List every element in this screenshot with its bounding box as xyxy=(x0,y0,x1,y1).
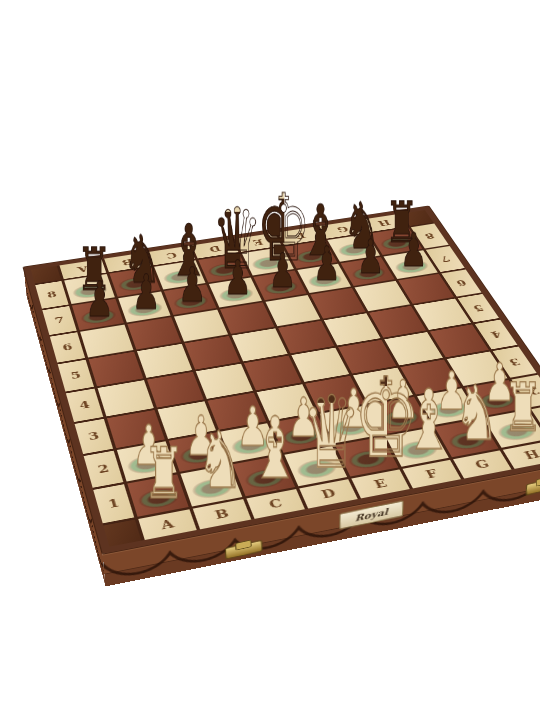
square-b6[interactable] xyxy=(127,317,181,349)
square-e7[interactable]: ♟ xyxy=(253,270,306,300)
brand-plaque-text: Royal xyxy=(355,507,388,523)
square-a6[interactable] xyxy=(80,325,133,358)
frame-corner xyxy=(103,520,141,547)
brass-clasp-left xyxy=(225,540,263,560)
rank-label-4-left: 4 xyxy=(66,389,103,422)
piece-black-pawn[interactable]: ♟ xyxy=(357,238,385,276)
piece-white-queen[interactable]: ♛ xyxy=(302,392,335,473)
rank-label-6-left: 6 xyxy=(50,332,85,362)
piece-white-knight[interactable]: ♞ xyxy=(454,383,487,445)
piece-white-rook[interactable]: ♜ xyxy=(143,446,177,503)
square-b4[interactable] xyxy=(147,372,204,408)
piece-white-knight[interactable]: ♞ xyxy=(197,429,231,493)
square-d4[interactable] xyxy=(244,356,302,391)
square-c5[interactable] xyxy=(185,336,241,370)
rank-label-1-left: 1 xyxy=(93,484,134,523)
square-b7[interactable]: ♟ xyxy=(118,292,170,323)
chess-set-photo: ABCDEFGH8♜♞♝♛♚♝♞♜87♟♟♟♟♟♟♟♟7665544332♟♟♟… xyxy=(0,0,540,720)
piece-black-pawn[interactable]: ♟ xyxy=(268,252,297,291)
piece-black-pawn[interactable]: ♟ xyxy=(400,232,428,270)
rank-label-2-left: 2 xyxy=(84,451,124,488)
rank-label-7-right: 7 xyxy=(426,246,465,272)
piece-white-rook[interactable]: ♜ xyxy=(503,381,535,435)
square-d5[interactable] xyxy=(232,328,288,361)
chessboard: ABCDEFGH8♜♞♝♛♚♝♞♜87♟♟♟♟♟♟♟♟7665544332♟♟♟… xyxy=(23,206,540,554)
rank-label-3-left: 3 xyxy=(75,419,113,454)
piece-black-pawn[interactable]: ♟ xyxy=(178,266,207,305)
rank-label-5-left: 5 xyxy=(58,360,94,392)
rank-label-7-left: 7 xyxy=(42,306,76,335)
piece-black-pawn[interactable]: ♟ xyxy=(85,280,114,320)
square-b5[interactable] xyxy=(137,344,192,378)
piece-black-pawn[interactable]: ♟ xyxy=(313,245,342,284)
square-a4[interactable] xyxy=(98,380,154,416)
piece-white-bishop[interactable]: ♝ xyxy=(250,414,284,483)
rank-label-8-left: 8 xyxy=(35,281,68,309)
piece-black-pawn[interactable]: ♟ xyxy=(132,273,161,313)
rank-label-4-right: 4 xyxy=(475,320,518,350)
piece-black-pawn[interactable]: ♟ xyxy=(223,259,252,298)
square-e6[interactable] xyxy=(265,295,320,326)
chessboard-scene: ABCDEFGH8♜♞♝♛♚♝♞♜87♟♟♟♟♟♟♟♟7665544332♟♟♟… xyxy=(57,122,522,587)
brass-clasp-right xyxy=(525,476,540,496)
file-label-e-near: E xyxy=(351,469,409,498)
